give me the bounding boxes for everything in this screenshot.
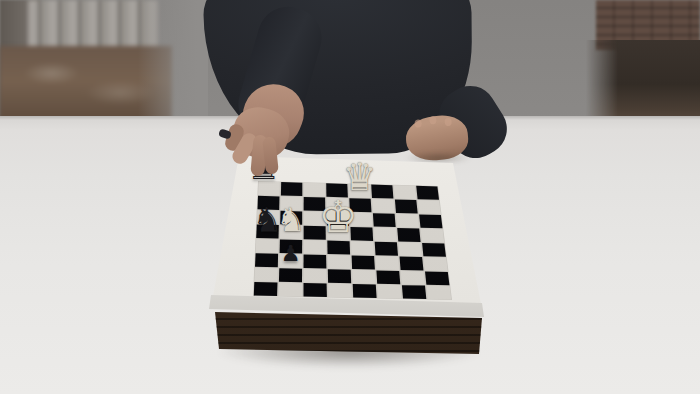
photo-scene: ♛♚♞♞♟ ♜ [0,0,700,394]
piece-white-king-d5[interactable]: ♚ [319,196,358,240]
board-pieces: ♛♚♞♞♟ [0,0,700,394]
piece-black-pawn-b3[interactable]: ♟ [281,242,301,264]
piece-black-knight-a5[interactable]: ♞ [253,203,283,236]
